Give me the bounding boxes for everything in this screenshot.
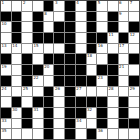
black-cell-11-4 xyxy=(44,119,54,129)
black-cell-0-6 xyxy=(65,1,75,11)
black-cell-3-3 xyxy=(33,33,43,43)
black-cell-6-10 xyxy=(108,65,118,75)
clue-number-4: 4 xyxy=(76,1,79,5)
black-cell-4-8 xyxy=(87,44,97,54)
cell-3-12[interactable]: 12 xyxy=(129,33,139,43)
cell-1-9[interactable] xyxy=(97,12,107,22)
black-cell-0-4 xyxy=(44,1,54,11)
cell-7-4[interactable] xyxy=(44,76,54,86)
black-cell-1-1 xyxy=(12,12,22,22)
clue-number-17: 17 xyxy=(119,44,124,48)
black-cell-10-9 xyxy=(97,108,107,118)
cell-12-2[interactable] xyxy=(22,129,32,139)
black-cell-1-10 xyxy=(108,12,118,22)
cell-6-11[interactable]: 21 xyxy=(119,65,129,75)
cell-6-1[interactable] xyxy=(12,65,22,75)
black-cell-3-4 xyxy=(44,33,54,43)
clue-number-10: 10 xyxy=(2,22,7,26)
black-cell-1-3 xyxy=(33,12,43,22)
black-cell-9-9 xyxy=(97,97,107,107)
black-cell-6-3 xyxy=(33,65,43,75)
black-cell-3-9 xyxy=(97,33,107,43)
crossword-grid: 1234567891011121314151617181920212223242… xyxy=(0,0,140,140)
cell-2-0[interactable]: 10 xyxy=(1,22,11,32)
black-cell-10-7 xyxy=(76,108,86,118)
cell-8-8[interactable] xyxy=(87,87,97,97)
cell-1-11[interactable]: 9 xyxy=(119,12,129,22)
black-cell-9-11 xyxy=(119,97,129,107)
clue-number-5: 5 xyxy=(98,1,101,5)
clue-number-13: 13 xyxy=(2,44,7,48)
cell-0-12[interactable]: 7 xyxy=(129,1,139,11)
cell-6-0[interactable]: 19 xyxy=(1,65,11,75)
black-cell-5-10 xyxy=(108,54,118,64)
clue-number-22: 22 xyxy=(34,76,39,80)
cell-2-11[interactable] xyxy=(119,22,129,32)
black-cell-5-12 xyxy=(129,54,139,64)
black-cell-12-4 xyxy=(44,129,54,139)
cell-12-11[interactable] xyxy=(119,129,129,139)
cell-12-7[interactable] xyxy=(76,129,86,139)
cell-9-10[interactable] xyxy=(108,97,118,107)
cell-11-1[interactable] xyxy=(12,119,22,129)
clue-number-18: 18 xyxy=(87,54,92,58)
clue-number-35: 35 xyxy=(2,129,7,133)
black-cell-6-5 xyxy=(54,65,64,75)
black-cell-3-5 xyxy=(54,33,64,43)
cell-4-9[interactable]: 16 xyxy=(97,44,107,54)
cell-4-7[interactable] xyxy=(76,44,86,54)
black-cell-1-8 xyxy=(87,12,97,22)
cell-12-5[interactable] xyxy=(54,129,64,139)
clue-number-14: 14 xyxy=(12,44,17,48)
cell-8-7[interactable]: 27 xyxy=(76,87,86,97)
black-cell-10-11 xyxy=(119,108,129,118)
black-cell-5-6 xyxy=(65,54,75,64)
clue-number-16: 16 xyxy=(98,44,103,48)
black-cell-7-2 xyxy=(22,76,32,86)
clue-number-34: 34 xyxy=(76,119,81,123)
black-cell-11-6 xyxy=(65,119,75,129)
cell-9-12[interactable] xyxy=(129,97,139,107)
cell-12-3[interactable] xyxy=(33,129,43,139)
cell-8-12[interactable]: 29 xyxy=(129,87,139,97)
cell-0-3[interactable] xyxy=(33,1,43,11)
black-cell-10-2 xyxy=(22,108,32,118)
black-cell-2-6 xyxy=(65,22,75,32)
black-cell-7-8 xyxy=(87,76,97,86)
cell-10-8[interactable]: 32 xyxy=(87,108,97,118)
cell-11-5[interactable] xyxy=(54,119,64,129)
cell-8-1[interactable] xyxy=(12,87,22,97)
cell-3-7[interactable] xyxy=(76,33,86,43)
cell-1-2[interactable] xyxy=(22,12,32,22)
clue-number-36: 36 xyxy=(98,129,103,133)
black-cell-9-1 xyxy=(12,97,22,107)
black-cell-8-4 xyxy=(44,87,54,97)
clue-number-6: 6 xyxy=(119,1,122,5)
cell-12-10[interactable] xyxy=(108,129,118,139)
black-cell-10-6 xyxy=(65,108,75,118)
black-cell-10-4 xyxy=(44,108,54,118)
clue-number-19: 19 xyxy=(2,65,7,69)
black-cell-2-12 xyxy=(129,22,139,32)
black-cell-5-2 xyxy=(22,54,32,64)
cell-3-2[interactable] xyxy=(22,33,32,43)
clue-number-24: 24 xyxy=(2,87,7,91)
black-cell-7-12 xyxy=(129,76,139,86)
clue-number-20: 20 xyxy=(44,65,49,69)
clue-number-3: 3 xyxy=(55,1,58,5)
black-cell-2-3 xyxy=(33,22,43,32)
cell-5-1[interactable] xyxy=(12,54,22,64)
cell-7-9[interactable]: 23 xyxy=(97,76,107,86)
black-cell-3-6 xyxy=(65,33,75,43)
cell-1-5[interactable] xyxy=(54,12,64,22)
cell-8-3[interactable] xyxy=(33,87,43,97)
black-cell-2-1 xyxy=(12,22,22,32)
black-cell-5-5 xyxy=(54,54,64,64)
black-cell-9-6 xyxy=(65,97,75,107)
cell-4-0[interactable]: 13 xyxy=(1,44,11,54)
cell-0-0[interactable]: 1 xyxy=(1,1,11,11)
black-cell-6-2 xyxy=(22,65,32,75)
black-cell-7-5 xyxy=(54,76,64,86)
cell-3-0[interactable] xyxy=(1,33,11,43)
cell-7-3[interactable]: 22 xyxy=(33,76,43,86)
cell-0-5[interactable]: 3 xyxy=(54,1,64,11)
clue-number-1: 1 xyxy=(2,1,5,5)
cell-10-12[interactable] xyxy=(129,108,139,118)
black-cell-5-7 xyxy=(76,54,86,64)
black-cell-9-7 xyxy=(76,97,86,107)
black-cell-3-1 xyxy=(12,33,22,43)
cell-10-3[interactable]: 31 xyxy=(33,108,43,118)
cell-4-10[interactable] xyxy=(108,44,118,54)
black-cell-5-4 xyxy=(44,54,54,64)
cell-6-12[interactable] xyxy=(129,65,139,75)
cell-11-3[interactable] xyxy=(33,119,43,129)
cell-8-11[interactable] xyxy=(119,87,129,97)
cell-7-1[interactable] xyxy=(12,76,22,86)
black-cell-9-4 xyxy=(44,97,54,107)
black-cell-3-11 xyxy=(119,33,129,43)
cell-9-0[interactable] xyxy=(1,97,11,107)
cell-5-8[interactable]: 18 xyxy=(87,54,97,64)
black-cell-12-6 xyxy=(65,129,75,139)
cell-11-0[interactable]: 33 xyxy=(1,119,11,129)
clue-number-27: 27 xyxy=(76,87,81,91)
clue-number-31: 31 xyxy=(34,108,39,112)
cell-2-2[interactable] xyxy=(22,22,32,32)
cell-6-8[interactable] xyxy=(87,65,97,75)
cell-9-2[interactable] xyxy=(22,97,32,107)
cell-10-5[interactable] xyxy=(54,108,64,118)
black-cell-1-6 xyxy=(65,12,75,22)
cell-4-4[interactable] xyxy=(44,44,54,54)
black-cell-7-0 xyxy=(1,76,11,86)
cell-12-0[interactable]: 35 xyxy=(1,129,11,139)
clue-number-9: 9 xyxy=(119,12,122,16)
clue-number-33: 33 xyxy=(2,119,7,123)
cell-11-7[interactable]: 34 xyxy=(76,119,86,129)
cell-1-12[interactable] xyxy=(129,12,139,22)
black-cell-7-6 xyxy=(65,76,75,86)
cell-8-0[interactable]: 24 xyxy=(1,87,11,97)
black-cell-7-7 xyxy=(76,76,86,86)
cell-4-11[interactable]: 17 xyxy=(119,44,129,54)
cell-8-5[interactable]: 26 xyxy=(54,87,64,97)
black-cell-5-0 xyxy=(1,54,11,64)
cell-5-11[interactable] xyxy=(119,54,129,64)
clue-number-28: 28 xyxy=(108,87,113,91)
black-cell-0-8 xyxy=(87,1,97,11)
cell-2-7[interactable] xyxy=(76,22,86,32)
black-cell-9-8 xyxy=(87,97,97,107)
black-cell-12-8 xyxy=(87,129,97,139)
black-cell-1-0 xyxy=(1,12,11,22)
black-cell-8-6 xyxy=(65,87,75,97)
cell-4-3[interactable]: 15 xyxy=(33,44,43,54)
cell-11-8[interactable] xyxy=(87,119,97,129)
cell-3-10[interactable]: 11 xyxy=(108,33,118,43)
cell-0-7[interactable]: 4 xyxy=(76,1,86,11)
cell-10-1[interactable]: 30 xyxy=(12,108,22,118)
clue-number-7: 7 xyxy=(130,1,133,5)
clue-number-11: 11 xyxy=(108,33,113,37)
cell-4-1[interactable]: 14 xyxy=(12,44,22,54)
clue-number-15: 15 xyxy=(34,44,39,48)
clue-number-25: 25 xyxy=(23,87,28,91)
clue-number-29: 29 xyxy=(130,87,135,91)
black-cell-3-8 xyxy=(87,33,97,43)
cell-1-7[interactable] xyxy=(76,12,86,22)
cell-1-4[interactable]: 8 xyxy=(44,12,54,22)
cell-8-9[interactable] xyxy=(97,87,107,97)
cell-6-4[interactable]: 20 xyxy=(44,65,54,75)
cell-4-5[interactable] xyxy=(54,44,64,54)
black-cell-6-9 xyxy=(97,65,107,75)
black-cell-11-2 xyxy=(22,119,32,129)
cell-10-10[interactable] xyxy=(108,108,118,118)
clue-number-23: 23 xyxy=(98,76,103,80)
cell-5-3[interactable] xyxy=(33,54,43,64)
crossword-puzzle: 1234567891011121314151617181920212223242… xyxy=(0,0,140,140)
cell-12-9[interactable]: 36 xyxy=(97,129,107,139)
clue-number-8: 8 xyxy=(44,12,47,16)
black-cell-11-9 xyxy=(97,119,107,129)
cell-0-11[interactable]: 6 xyxy=(119,1,129,11)
black-cell-2-10 xyxy=(108,22,118,32)
cell-11-10[interactable] xyxy=(108,119,118,129)
cell-4-2[interactable] xyxy=(22,44,32,54)
black-cell-7-10 xyxy=(108,76,118,86)
cell-12-1[interactable] xyxy=(12,129,22,139)
cell-0-1[interactable] xyxy=(12,1,22,11)
cell-7-11[interactable] xyxy=(119,76,129,86)
cell-8-2[interactable]: 25 xyxy=(22,87,32,97)
clue-number-26: 26 xyxy=(55,87,60,91)
cell-0-2[interactable]: 2 xyxy=(22,1,32,11)
black-cell-2-5 xyxy=(54,22,64,32)
cell-0-9[interactable]: 5 xyxy=(97,1,107,11)
clue-number-30: 30 xyxy=(12,108,17,112)
cell-5-9[interactable] xyxy=(97,54,107,64)
cell-9-5[interactable] xyxy=(54,97,64,107)
clue-number-21: 21 xyxy=(119,65,124,69)
cell-12-12[interactable] xyxy=(129,129,139,139)
clue-number-2: 2 xyxy=(23,1,26,5)
cell-2-4[interactable] xyxy=(44,22,54,32)
cell-8-10[interactable]: 28 xyxy=(108,87,118,97)
clue-number-32: 32 xyxy=(87,108,92,112)
cell-2-9[interactable] xyxy=(97,22,107,32)
cell-4-12[interactable] xyxy=(129,44,139,54)
black-cell-11-12 xyxy=(129,119,139,129)
black-cell-4-6 xyxy=(65,44,75,54)
black-cell-11-11 xyxy=(119,119,129,129)
black-cell-2-8 xyxy=(87,22,97,32)
cell-0-10[interactable] xyxy=(108,1,118,11)
black-cell-9-3 xyxy=(33,97,43,107)
black-cell-6-7 xyxy=(76,65,86,75)
black-cell-10-0 xyxy=(1,108,11,118)
black-cell-6-6 xyxy=(65,65,75,75)
clue-number-12: 12 xyxy=(130,33,135,37)
